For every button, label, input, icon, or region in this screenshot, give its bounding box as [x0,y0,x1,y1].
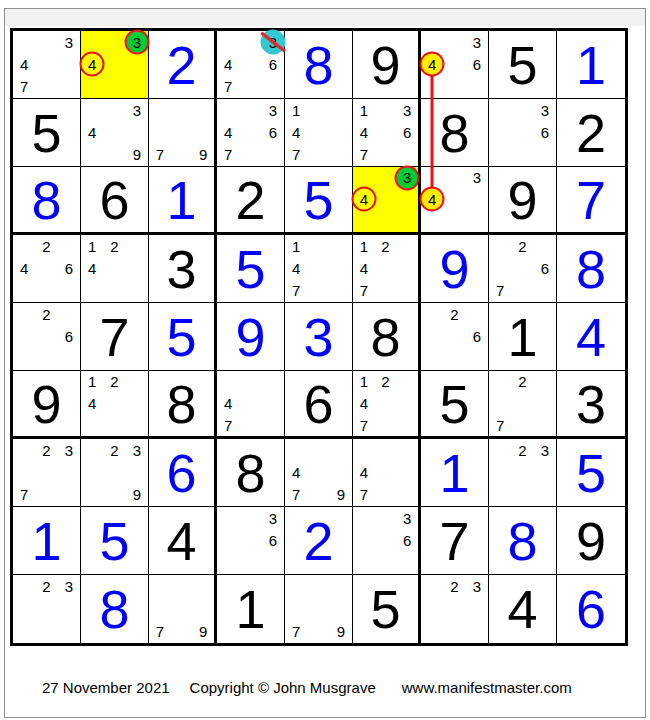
cell-r1c2[interactable]: 34 [81,31,149,99]
candidate-empty [466,76,488,98]
candidate-empty [396,257,418,279]
candidate-empty [421,303,443,325]
candidate-empty [103,484,125,506]
candidate-empty [511,484,533,506]
candidate-empty [375,461,397,483]
candidate-6: 6 [262,53,284,75]
cell-value: 5 [285,167,352,232]
candidate-empty [375,144,397,166]
pencil-marks: 79 [285,575,352,643]
cell-r4c7[interactable]: 9 [421,235,489,303]
candidate-4: 4 [353,121,375,143]
cell-r6c1[interactable]: 9 [13,371,81,439]
cell-r2c1[interactable]: 5 [13,99,81,167]
cell-r6c2[interactable]: 124 [81,371,149,439]
candidate-empty [13,439,35,461]
candidate-empty [396,371,418,393]
cell-r4c8[interactable]: 267 [489,235,557,303]
candidate-empty [443,210,465,232]
candidate-empty [375,439,397,461]
candidate-empty [330,598,352,621]
candidate-7: 7 [353,414,375,436]
candidate-empty [217,507,239,529]
candidate-2: 2 [511,371,533,393]
cell-value: 9 [217,303,284,370]
candidate-empty [330,99,352,121]
cell-value: 8 [353,303,418,370]
candidate-empty [103,76,125,98]
candidate-empty [534,461,556,483]
candidate-empty [443,189,465,211]
candidate-2: 2 [35,235,57,257]
cell-r4c9[interactable]: 8 [557,235,625,303]
candidate-4: 4 [285,257,307,279]
cell-r6c6[interactable]: 1247 [353,371,421,439]
candidate-empty [421,348,443,370]
candidate-empty [239,414,261,436]
candidate-empty [375,210,397,232]
candidate-empty [171,598,193,621]
cell-r4c6[interactable]: 1247 [353,235,421,303]
candidate-empty [330,461,352,483]
candidate-empty [126,461,148,483]
candidate-empty [466,348,488,370]
cell-r9c1[interactable]: 23 [13,575,81,643]
cell-r8c1[interactable]: 1 [13,507,81,575]
cell-r5c8[interactable]: 1 [489,303,557,371]
candidate-empty [511,414,533,436]
candidate-empty [149,99,171,121]
cell-r5c9[interactable]: 4 [557,303,625,371]
cell-value: 5 [81,507,148,574]
candidate-empty [511,393,533,415]
cell-value: 8 [149,371,214,436]
candidate-empty [353,529,375,551]
cell-r7c4[interactable]: 8 [217,439,285,507]
candidate-empty [58,348,80,370]
cell-r4c1[interactable]: 246 [13,235,81,303]
candidate-3: 3 [126,99,148,121]
cell-r9c9[interactable]: 6 [557,575,625,643]
pencil-marks: 36 [217,507,284,574]
candidate-empty [58,53,80,75]
candidate-empty [443,348,465,370]
pencil-marks: 124 [81,371,148,436]
candidate-7: 7 [149,144,171,166]
cell-value: 6 [149,439,214,506]
cell-r3c8[interactable]: 9 [489,167,557,235]
candidate-empty [375,414,397,436]
candidate-7: 7 [489,414,511,436]
candidate-empty [396,393,418,415]
footer-website: www.manifestmaster.com [402,679,572,696]
cell-value: 4 [557,303,625,370]
candidate-9: 9 [126,484,148,506]
cell-r2c3[interactable]: 79 [149,99,217,167]
candidate-empty [396,235,418,257]
candidate-empty [489,461,511,483]
cell-r5c2[interactable]: 7 [81,303,149,371]
candidate-empty [353,167,375,189]
cell-r7c9[interactable]: 5 [557,439,625,507]
cell-r8c4[interactable]: 36 [217,507,285,575]
candidate-empty [13,280,35,302]
candidate-empty [489,484,511,506]
pencil-marks: 267 [489,235,556,302]
candidate-empty [443,53,465,75]
candidate-9: 9 [126,144,148,166]
cell-r8c3[interactable]: 4 [149,507,217,575]
candidate-empty [489,257,511,279]
cell-r7c6[interactable]: 47 [353,439,421,507]
candidate-empty [466,620,488,643]
candidate-empty [534,484,556,506]
cell-r5c3[interactable]: 5 [149,303,217,371]
cell-r9c4[interactable]: 1 [217,575,285,643]
candidate-empty [103,257,125,279]
candidate-6: 6 [262,529,284,551]
candidate-empty [35,31,57,53]
candidate-empty [285,575,307,598]
candidate-4: 4 [421,53,443,75]
candidate-6: 6 [58,257,80,279]
cell-r3c1[interactable]: 8 [13,167,81,235]
candidate-empty [58,461,80,483]
pencil-marks: 3467 [217,99,284,166]
cell-r9c3[interactable]: 79 [149,575,217,643]
candidate-7: 7 [285,620,307,643]
candidate-empty [375,393,397,415]
cell-r2c6[interactable]: 13467 [353,99,421,167]
candidate-2: 2 [103,371,125,393]
cell-r7c7[interactable]: 1 [421,439,489,507]
candidate-empty [217,552,239,574]
cell-r6c3[interactable]: 8 [149,371,217,439]
candidate-3: 3 [534,99,556,121]
candidate-empty [375,552,397,574]
pencil-marks: 26 [421,303,488,370]
candidate-4: 4 [13,53,35,75]
footer-date: 27 November 2021 [42,679,170,696]
candidate-3: 3 [396,507,418,529]
candidate-2: 2 [443,303,465,325]
pencil-marks: 13467 [353,99,418,166]
candidate-empty [534,414,556,436]
candidate-7: 7 [353,280,375,302]
candidate-empty [58,280,80,302]
cell-value: 8 [13,167,80,232]
cell-r9c7[interactable]: 23 [421,575,489,643]
candidate-empty [81,99,103,121]
candidate-empty [353,439,375,461]
candidate-3: 3 [262,507,284,529]
cell-r8c8[interactable]: 8 [489,507,557,575]
candidate-empty [239,507,261,529]
candidate-empty [421,210,443,232]
cell-r4c3[interactable]: 3 [149,235,217,303]
candidate-2: 2 [35,439,57,461]
cell-r6c7[interactable]: 5 [421,371,489,439]
cell-r8c5[interactable]: 2 [285,507,353,575]
pencil-marks: 26 [13,303,80,370]
cell-r5c4[interactable]: 9 [217,303,285,371]
cell-value: 5 [557,439,625,506]
candidate-empty [466,303,488,325]
cell-r7c2[interactable]: 239 [81,439,149,507]
candidate-empty [262,393,284,415]
candidate-7: 7 [285,280,307,302]
candidate-7: 7 [285,484,307,506]
cell-r8c9[interactable]: 9 [557,507,625,575]
cell-r6c4[interactable]: 47 [217,371,285,439]
cell-value: 6 [285,371,352,436]
candidate-empty [534,393,556,415]
cell-r6c9[interactable]: 3 [557,371,625,439]
candidate-2: 2 [511,439,533,461]
pencil-marks: 239 [81,439,148,506]
cell-value: 9 [489,167,556,232]
candidate-empty [103,31,125,53]
candidate-empty [103,414,125,436]
cell-r3c6[interactable]: 34 [353,167,421,235]
candidate-1: 1 [81,371,103,393]
cell-r3c4[interactable]: 2 [217,167,285,235]
candidate-empty [307,121,329,143]
cell-r1c5[interactable]: 8 [285,31,353,99]
candidate-empty [534,371,556,393]
cell-r1c8[interactable]: 5 [489,31,557,99]
cell-r3c5[interactable]: 5 [285,167,353,235]
cell-value: 3 [285,303,352,370]
candidate-empty [171,144,193,166]
candidate-empty [126,414,148,436]
cell-value: 6 [557,575,625,643]
candidate-empty [396,552,418,574]
candidate-empty [13,461,35,483]
candidate-empty [489,235,511,257]
cell-r4c5[interactable]: 147 [285,235,353,303]
candidate-6: 6 [396,529,418,551]
cell-r4c4[interactable]: 5 [217,235,285,303]
candidate-3: 3 [262,31,284,53]
pencil-marks: 246 [13,235,80,302]
cell-r3c2[interactable]: 6 [81,167,149,235]
cell-r4c2[interactable]: 124 [81,235,149,303]
candidate-6: 6 [534,257,556,279]
candidate-2: 2 [511,235,533,257]
candidate-empty [35,461,57,483]
candidate-empty [58,484,80,506]
cell-r8c7[interactable]: 7 [421,507,489,575]
candidate-1: 1 [353,99,375,121]
cell-r8c2[interactable]: 5 [81,507,149,575]
cell-r9c2[interactable]: 8 [81,575,149,643]
candidate-empty [103,461,125,483]
candidate-empty [239,99,261,121]
candidate-empty [443,598,465,621]
cell-r1c1[interactable]: 347 [13,31,81,99]
chain-link-line [431,65,434,201]
candidate-empty [13,303,35,325]
cell-value: 4 [149,507,214,574]
candidate-empty [217,99,239,121]
candidate-empty [171,121,193,143]
candidate-empty [489,393,511,415]
candidate-3: 3 [396,167,418,189]
candidate-7: 7 [13,484,35,506]
candidate-empty [375,99,397,121]
candidate-empty [192,121,214,143]
cell-value: 1 [149,167,214,232]
cell-r5c5[interactable]: 3 [285,303,353,371]
candidate-7: 7 [353,484,375,506]
cell-value: 4 [489,575,556,643]
candidate-4: 4 [353,189,375,211]
candidate-empty [126,257,148,279]
candidate-empty [443,76,465,98]
candidate-2: 2 [103,235,125,257]
cell-r3c3[interactable]: 1 [149,167,217,235]
candidate-2: 2 [35,303,57,325]
candidate-3: 3 [466,167,488,189]
cell-r2c9[interactable]: 2 [557,99,625,167]
candidate-empty [534,144,556,166]
candidate-empty [58,598,80,621]
cell-r2c5[interactable]: 147 [285,99,353,167]
pencil-marks: 47 [217,371,284,436]
cell-r2c4[interactable]: 3467 [217,99,285,167]
cell-r9c6[interactable]: 5 [353,575,421,643]
candidate-6: 6 [466,53,488,75]
cell-r2c2[interactable]: 349 [81,99,149,167]
cell-value: 2 [557,99,625,166]
candidate-4: 4 [81,257,103,279]
candidate-empty [534,235,556,257]
cell-r5c7[interactable]: 26 [421,303,489,371]
candidate-1: 1 [285,235,307,257]
cell-r6c5[interactable]: 6 [285,371,353,439]
candidate-empty [35,484,57,506]
candidate-empty [262,414,284,436]
cell-value: 5 [421,371,488,436]
cell-value: 9 [13,371,80,436]
candidate-4: 4 [353,461,375,483]
candidate-6: 6 [262,121,284,143]
pencil-marks: 27 [489,371,556,436]
candidate-empty [103,144,125,166]
candidate-empty [353,552,375,574]
pencil-marks: 47 [353,439,418,506]
cell-r9c5[interactable]: 79 [285,575,353,643]
candidate-empty [421,598,443,621]
candidate-empty [103,393,125,415]
cell-r7c3[interactable]: 6 [149,439,217,507]
candidate-empty [443,31,465,53]
candidate-empty [375,280,397,302]
pencil-marks: 147 [285,235,352,302]
candidate-empty [330,235,352,257]
candidate-empty [192,598,214,621]
cell-r7c8[interactable]: 23 [489,439,557,507]
candidate-4: 4 [217,53,239,75]
pencil-marks: 34 [81,31,148,98]
cell-value: 1 [217,575,284,643]
cell-r1c4[interactable]: 3467 [217,31,285,99]
candidate-empty [330,121,352,143]
candidate-empty [35,280,57,302]
cell-value: 8 [489,507,556,574]
candidate-empty [239,121,261,143]
candidate-empty [149,575,171,598]
candidate-3: 3 [126,439,148,461]
candidate-6: 6 [466,325,488,347]
cell-r7c1[interactable]: 237 [13,439,81,507]
cell-value: 1 [557,31,625,98]
candidate-3: 3 [534,439,556,461]
top-strip [5,9,645,26]
candidate-empty [171,620,193,643]
cell-r5c6[interactable]: 8 [353,303,421,371]
cell-r6c8[interactable]: 27 [489,371,557,439]
candidate-empty [421,620,443,643]
candidate-empty [103,53,125,75]
candidate-empty [239,529,261,551]
candidate-4: 4 [421,189,443,211]
pencil-marks: 79 [149,99,214,166]
candidate-empty [307,280,329,302]
cell-r2c8[interactable]: 36 [489,99,557,167]
cell-value: 8 [557,235,625,302]
candidate-empty [489,99,511,121]
candidate-empty [58,235,80,257]
candidate-empty [489,371,511,393]
candidate-empty [489,121,511,143]
cell-r9c8[interactable]: 4 [489,575,557,643]
candidate-6: 6 [534,121,556,143]
candidate-2: 2 [103,439,125,461]
candidate-7: 7 [489,280,511,302]
cell-r8c6[interactable]: 36 [353,507,421,575]
cell-r1c6[interactable]: 9 [353,31,421,99]
candidate-empty [35,325,57,347]
candidate-empty [217,371,239,393]
candidate-empty [353,507,375,529]
candidate-empty [13,575,35,598]
cell-value: 5 [13,99,80,166]
candidate-empty [239,144,261,166]
candidate-empty [239,76,261,98]
candidate-empty [81,76,103,98]
pencil-marks: 23 [489,439,556,506]
candidate-4: 4 [353,393,375,415]
candidate-empty [103,280,125,302]
pencil-marks: 237 [13,439,80,506]
cell-r5c1[interactable]: 26 [13,303,81,371]
cell-value: 1 [13,507,80,574]
cell-r3c9[interactable]: 7 [557,167,625,235]
footer: 27 November 2021Copyright © John Musgrav… [42,679,572,696]
candidate-empty [239,371,261,393]
pencil-marks: 36 [489,99,556,166]
candidate-empty [239,552,261,574]
candidate-empty [396,189,418,211]
cell-r1c9[interactable]: 1 [557,31,625,99]
candidate-2: 2 [375,371,397,393]
cell-r7c5[interactable]: 479 [285,439,353,507]
candidate-empty [489,144,511,166]
cell-r1c3[interactable]: 2 [149,31,217,99]
cell-value: 3 [149,235,214,302]
